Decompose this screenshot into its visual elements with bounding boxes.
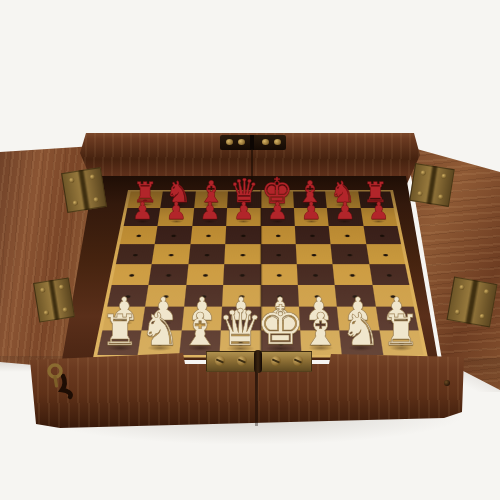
square-g6[interactable]: [329, 226, 366, 245]
square-h6[interactable]: [363, 226, 401, 245]
square-b5[interactable]: [152, 244, 190, 264]
left-flap-hinge-upper-icon: [61, 167, 107, 213]
square-e5[interactable]: [261, 244, 297, 264]
square-f5[interactable]: [296, 244, 333, 264]
piece-white-bishop-f1[interactable]: ♝: [300, 307, 341, 352]
square-d5[interactable]: [224, 244, 260, 264]
brass-tack-icon: [444, 380, 450, 386]
square-g5[interactable]: [331, 244, 369, 264]
piece-red-pawn-c7[interactable]: ♟: [199, 200, 220, 223]
square-f6[interactable]: [295, 226, 331, 245]
piece-red-pawn-a7[interactable]: ♟: [132, 200, 153, 223]
piece-red-pawn-h7[interactable]: ♟: [368, 200, 389, 223]
square-a6[interactable]: [120, 226, 158, 245]
square-a4[interactable]: [112, 264, 152, 285]
square-h4[interactable]: [369, 264, 409, 285]
square-f4[interactable]: [297, 264, 335, 285]
piece-white-knight-b1[interactable]: ♞: [140, 307, 181, 352]
piece-white-rook-a1[interactable]: ♜: [101, 309, 139, 352]
piece-white-knight-g1[interactable]: ♞: [341, 307, 382, 352]
square-c6[interactable]: [190, 226, 226, 245]
square-d4[interactable]: [223, 264, 260, 285]
piece-white-bishop-c1[interactable]: ♝: [180, 307, 221, 352]
square-e4[interactable]: [261, 264, 298, 285]
piece-red-pawn-d7[interactable]: ♟: [233, 200, 254, 223]
square-a5[interactable]: [116, 244, 155, 264]
square-h5[interactable]: [366, 244, 405, 264]
travel-chess-set-photo: ♜♞♝♛♚♝♞♜♟♟♟♟♟♟♟♟♟♟♟♟♟♟♟♟♜♞♝♛♚♝♞♜: [0, 0, 500, 500]
piece-white-king-e1[interactable]: ♚: [256, 299, 305, 353]
square-g4[interactable]: [333, 264, 372, 285]
square-b6[interactable]: [155, 226, 192, 245]
piece-red-pawn-e7[interactable]: ♟: [267, 200, 288, 223]
top-center-hinge-icon: [220, 135, 286, 150]
square-c5[interactable]: [188, 244, 225, 264]
right-flap-hinge-lower-icon: [447, 277, 498, 328]
piece-white-rook-h1[interactable]: ♜: [382, 309, 420, 352]
piece-red-pawn-g7[interactable]: ♟: [334, 200, 355, 223]
piece-red-pawn-f7[interactable]: ♟: [301, 200, 322, 223]
front-fold-seam: [255, 370, 258, 426]
square-b4[interactable]: [149, 264, 188, 285]
piece-red-pawn-b7[interactable]: ♟: [166, 200, 187, 223]
square-e6[interactable]: [261, 226, 296, 245]
square-d6[interactable]: [225, 226, 260, 245]
key-in-lock-icon: [42, 360, 80, 408]
right-flap-hinge-upper-icon: [409, 163, 454, 207]
left-flap-hinge-lower-icon: [33, 277, 75, 322]
square-c4[interactable]: [186, 264, 224, 285]
